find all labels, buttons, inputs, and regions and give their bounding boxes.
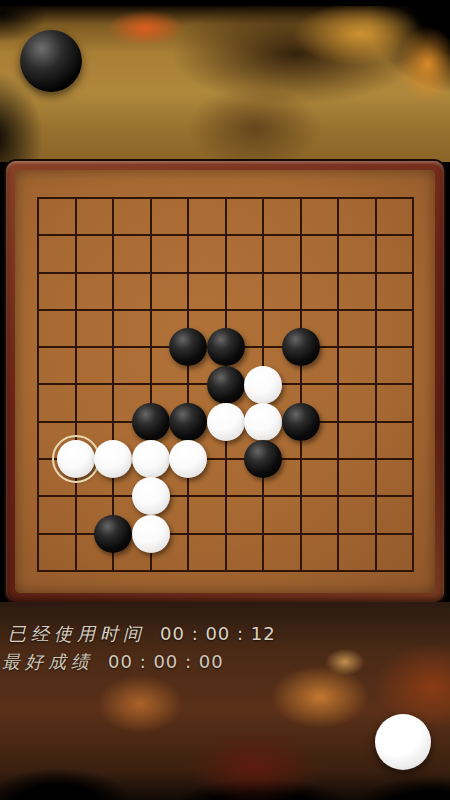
- white-stone: [94, 440, 132, 478]
- elapsed-time: 已经使用时间00 : 00 : 12: [8, 622, 276, 646]
- game-screen: 已经使用时间00 : 00 : 12 最好成绩00 : 00 : 00: [0, 0, 450, 800]
- elapsed-time-value: 00 : 00 : 12: [160, 623, 276, 644]
- black-stone: [244, 440, 282, 478]
- bottom-artwork: 已经使用时间00 : 00 : 12 最好成绩00 : 00 : 00: [0, 602, 450, 800]
- top-artwork: [0, 6, 450, 162]
- black-stone: [207, 366, 245, 404]
- white-stone-last-move: [57, 440, 95, 478]
- black-stone-decoration: [20, 30, 82, 92]
- white-stone: [132, 440, 170, 478]
- white-stone: [244, 366, 282, 404]
- black-stone: [282, 328, 320, 366]
- black-stone: [282, 403, 320, 441]
- black-stone: [169, 403, 207, 441]
- black-stone: [132, 403, 170, 441]
- white-stone: [169, 440, 207, 478]
- stones-layer: [37, 197, 414, 572]
- white-stone-decoration: [375, 714, 431, 770]
- black-stone: [207, 328, 245, 366]
- black-stone: [94, 515, 132, 553]
- board-frame: [6, 161, 444, 602]
- best-score-value: 00 : 00 : 00: [108, 651, 224, 672]
- white-stone: [244, 403, 282, 441]
- white-stone: [207, 403, 245, 441]
- best-score-label: 最好成绩: [2, 651, 94, 672]
- best-score: 最好成绩00 : 00 : 00: [2, 650, 224, 674]
- white-stone: [132, 477, 170, 515]
- white-stone: [132, 515, 170, 553]
- gomoku-board[interactable]: [15, 170, 435, 593]
- black-stone: [169, 328, 207, 366]
- elapsed-time-label: 已经使用时间: [8, 623, 146, 644]
